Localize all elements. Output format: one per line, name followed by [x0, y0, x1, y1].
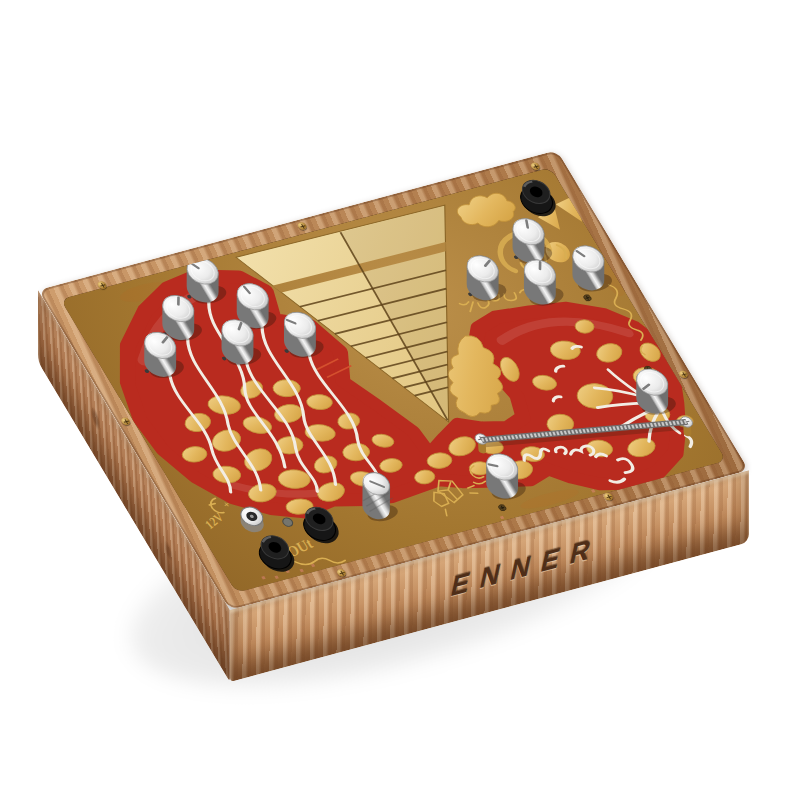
rim-screw-icon: [120, 417, 132, 426]
rim-screw-icon: [677, 370, 689, 379]
rim-screw-icon: [602, 492, 614, 501]
product-photo-scene: ENNER: [0, 0, 800, 800]
rim-screw-icon: [335, 568, 347, 577]
rim-screw-icon: [296, 221, 308, 230]
